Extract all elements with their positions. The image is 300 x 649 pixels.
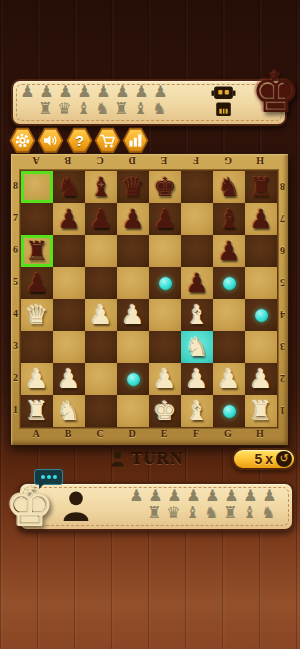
piece-black-rook: ♜ (25, 235, 48, 267)
chess-board: ABCDEFGH ABCDEFGH 87654321 87654321 ♞♝♛♚… (10, 153, 289, 446)
file-label: C (84, 155, 116, 166)
rank-label: 6 (278, 234, 287, 266)
opponent-king-piece: ♚ (251, 62, 300, 124)
square-h7[interactable]: ♟ (245, 203, 277, 235)
piece-white-pawn: ♟ (57, 363, 80, 395)
legal-move-dot[interactable] (127, 373, 140, 386)
file-label: F (180, 428, 212, 439)
piece-white-queen: ♛ (25, 299, 48, 331)
square-f7[interactable] (181, 203, 213, 235)
captured-slot-rook: ♜ (112, 100, 131, 118)
square-b6[interactable] (53, 235, 85, 267)
file-label: E (148, 428, 180, 439)
square-f8[interactable] (181, 171, 213, 203)
captured-slot-rook: ♜ (145, 504, 164, 522)
piece-black-pawn: ♟ (57, 203, 80, 235)
captured-slot-bishop: ♝ (74, 100, 93, 118)
captured-slot-rook: ♜ (221, 504, 240, 522)
rank-label: 1 (11, 394, 20, 426)
piece-black-bishop: ♝ (89, 171, 112, 203)
captured-slot-pawn: ♟ (127, 487, 146, 505)
file-label: G (212, 155, 244, 166)
square-h1[interactable]: ♜ (245, 395, 277, 427)
square-f3[interactable]: ♞ (181, 331, 213, 363)
square-e5[interactable] (149, 267, 181, 299)
turn-indicator: TURN (110, 449, 183, 469)
bar-chart-icon (122, 127, 149, 154)
chat-dot (53, 475, 57, 479)
file-label: C (84, 428, 116, 439)
square-c6[interactable] (85, 235, 117, 267)
square-f1[interactable]: ♝ (181, 395, 213, 427)
piece-black-pawn: ♟ (121, 203, 144, 235)
file-label: G (212, 428, 244, 439)
hint-count: 5 (254, 451, 262, 467)
square-d4[interactable]: ♟ (117, 299, 149, 331)
captured-slot-bishop: ♝ (131, 100, 150, 118)
sound-button[interactable] (37, 127, 64, 154)
square-a3[interactable] (21, 331, 53, 363)
rank-label: 5 (11, 266, 20, 298)
piece-white-knight: ♞ (185, 331, 208, 363)
square-e4[interactable] (149, 299, 181, 331)
square-b3[interactable] (53, 331, 85, 363)
captured-slot-pawn: ♟ (18, 83, 37, 101)
help-button[interactable]: ? (66, 127, 93, 154)
rank-labels-left: 87654321 (11, 170, 20, 426)
square-f2[interactable]: ♟ (181, 363, 213, 395)
rank-label: 7 (11, 202, 20, 234)
square-g5[interactable] (213, 267, 245, 299)
square-a7[interactable] (21, 203, 53, 235)
square-a6[interactable]: ♜ (21, 235, 53, 267)
piece-black-pawn: ♟ (153, 203, 176, 235)
piece-black-pawn: ♟ (217, 235, 240, 267)
piece-white-pawn: ♟ (153, 363, 176, 395)
square-c1[interactable] (85, 395, 117, 427)
square-a5[interactable]: ♟ (21, 267, 53, 299)
square-f4[interactable]: ♝ (181, 299, 213, 331)
square-c4[interactable]: ♟ (85, 299, 117, 331)
piece-black-pawn: ♟ (185, 267, 208, 299)
piece-white-knight: ♞ (57, 395, 80, 427)
square-f6[interactable] (181, 235, 213, 267)
square-h2[interactable]: ♟ (245, 363, 277, 395)
hint-times: x (265, 451, 273, 467)
square-c7[interactable]: ♟ (85, 203, 117, 235)
piece-black-king: ♚ (153, 171, 176, 203)
square-b4[interactable] (53, 299, 85, 331)
chat-dot (47, 475, 51, 479)
square-c2[interactable] (85, 363, 117, 395)
piece-black-queen: ♛ (121, 171, 144, 203)
opponent-captured-piece-row: ♜♛♝♞♜♝♞ (36, 100, 169, 118)
piece-white-pawn: ♟ (89, 299, 112, 331)
rank-label: 1 (278, 394, 287, 426)
square-d1[interactable] (117, 395, 149, 427)
captured-slot-knight: ♞ (259, 504, 278, 522)
file-label: E (148, 155, 180, 166)
square-h4[interactable] (245, 299, 277, 331)
speaker-icon (37, 127, 64, 154)
square-e8[interactable]: ♚ (149, 171, 181, 203)
square-d7[interactable]: ♟ (117, 203, 149, 235)
legal-move-dot[interactable] (223, 405, 236, 418)
robot-cpu-icon (211, 84, 236, 118)
rank-label: 7 (278, 202, 287, 234)
captured-slot-rook: ♜ (36, 100, 55, 118)
file-label: D (116, 155, 148, 166)
file-label: D (116, 428, 148, 439)
captured-slot-knight: ♞ (150, 100, 169, 118)
square-b1[interactable]: ♞ (53, 395, 85, 427)
square-c8[interactable]: ♝ (85, 171, 117, 203)
piece-white-pawn: ♟ (185, 363, 208, 395)
square-e2[interactable]: ♟ (149, 363, 181, 395)
piece-black-knight: ♞ (217, 171, 240, 203)
rank-labels-right: 87654321 (278, 170, 287, 426)
square-d6[interactable] (117, 235, 149, 267)
rank-label: 8 (11, 170, 20, 202)
piece-white-rook: ♜ (25, 395, 48, 427)
piece-white-pawn: ♟ (25, 363, 48, 395)
square-d3[interactable] (117, 331, 149, 363)
file-labels-top: ABCDEFGH (20, 155, 276, 166)
chat-dot (41, 475, 45, 479)
piece-white-pawn: ♟ (249, 363, 272, 395)
settings-button[interactable] (9, 127, 36, 154)
rank-label: 3 (11, 330, 20, 362)
rank-label: 4 (278, 298, 287, 330)
rank-label: 2 (278, 362, 287, 394)
chess-app-screen: ♟♟♟♟♟♟♟♟ ♜♛♝♞♜♝♞ ♚ (0, 0, 300, 649)
file-labels-bottom: ABCDEFGH (20, 428, 276, 439)
captured-slot-bishop: ♝ (240, 504, 259, 522)
legal-move-dot[interactable] (159, 277, 172, 290)
square-b8[interactable]: ♞ (53, 171, 85, 203)
stats-button[interactable] (122, 127, 149, 154)
file-label: H (244, 155, 276, 166)
chat-bubble-button[interactable] (34, 469, 63, 485)
square-e3[interactable] (149, 331, 181, 363)
piece-white-pawn: ♟ (121, 299, 144, 331)
board-squares: ♞♝♛♚♞♜♟♟♟♟♝♟♜♟♟♟♛♟♟♝♞♟♟♟♟♟♟♜♞♚♝♜ (20, 170, 278, 428)
captured-slot-knight: ♞ (93, 100, 112, 118)
file-label: B (52, 428, 84, 439)
piece-white-rook: ♜ (249, 395, 272, 427)
square-f5[interactable]: ♟ (181, 267, 213, 299)
gear-icon (9, 127, 36, 154)
piece-white-pawn: ♟ (217, 363, 240, 395)
piece-white-bishop: ♝ (185, 299, 208, 331)
square-h3[interactable] (245, 331, 277, 363)
square-h5[interactable] (245, 267, 277, 299)
square-g4[interactable] (213, 299, 245, 331)
rank-label: 5 (278, 266, 287, 298)
player-avatar-icon (62, 490, 90, 522)
square-g2[interactable]: ♟ (213, 363, 245, 395)
rank-label: 6 (11, 234, 20, 266)
hints-pill[interactable]: 5 x ↺ (232, 448, 296, 470)
rank-label: 8 (278, 170, 287, 202)
piece-black-pawn: ♟ (89, 203, 112, 235)
file-label: F (180, 155, 212, 166)
cart-icon (94, 127, 121, 154)
square-g1[interactable] (213, 395, 245, 427)
square-b5[interactable] (53, 267, 85, 299)
square-e6[interactable] (149, 235, 181, 267)
piece-black-rook: ♜ (249, 171, 272, 203)
square-d8[interactable]: ♛ (117, 171, 149, 203)
piece-black-bishop: ♝ (217, 203, 240, 235)
file-label: B (52, 155, 84, 166)
square-g7[interactable]: ♝ (213, 203, 245, 235)
file-label: H (244, 428, 276, 439)
captured-slot-queen: ♛ (164, 504, 183, 522)
captured-slot-bishop: ♝ (183, 504, 202, 522)
square-g3[interactable] (213, 331, 245, 363)
rank-label: 3 (278, 330, 287, 362)
captured-slot-queen: ♛ (55, 100, 74, 118)
square-c5[interactable] (85, 267, 117, 299)
question-mark-icon: ? (66, 127, 93, 154)
square-a2[interactable]: ♟ (21, 363, 53, 395)
square-g8[interactable]: ♞ (213, 171, 245, 203)
square-h8[interactable]: ♜ (245, 171, 277, 203)
square-h6[interactable] (245, 235, 277, 267)
captured-slot-knight: ♞ (202, 504, 221, 522)
square-d2[interactable] (117, 363, 149, 395)
turn-label: TURN (131, 449, 183, 469)
square-e7[interactable]: ♟ (149, 203, 181, 235)
rank-label: 4 (11, 298, 20, 330)
file-label: A (20, 428, 52, 439)
square-e1[interactable]: ♚ (149, 395, 181, 427)
player-king-piece: ♚ (5, 476, 55, 538)
square-a4[interactable]: ♛ (21, 299, 53, 331)
rank-label: 2 (11, 362, 20, 394)
piece-white-king: ♚ (153, 395, 176, 427)
piece-black-pawn: ♟ (25, 267, 48, 299)
file-label: A (20, 155, 52, 166)
undo-arrow-icon: ↺ (276, 451, 292, 467)
shop-button[interactable] (94, 127, 121, 154)
opponent-captured-tray: ♟♟♟♟♟♟♟♟ ♜♛♝♞♜♝♞ (11, 79, 287, 126)
square-b7[interactable]: ♟ (53, 203, 85, 235)
square-a1[interactable]: ♜ (21, 395, 53, 427)
player-captured-piece-row: ♜♛♝♞♜♝♞ (145, 504, 278, 522)
piece-white-bishop: ♝ (185, 395, 208, 427)
square-d5[interactable] (117, 267, 149, 299)
piece-black-pawn: ♟ (249, 203, 272, 235)
player-captured-tray: ♟♟♟♟♟♟♟♟ ♜♛♝♞♜♝♞ (18, 482, 294, 531)
legal-move-dot[interactable] (223, 277, 236, 290)
square-b2[interactable]: ♟ (53, 363, 85, 395)
square-a8[interactable] (21, 171, 53, 203)
square-c3[interactable] (85, 331, 117, 363)
legal-move-dot[interactable] (255, 309, 268, 322)
turn-player-icon (110, 451, 125, 467)
piece-black-knight: ♞ (57, 171, 80, 203)
square-g6[interactable]: ♟ (213, 235, 245, 267)
